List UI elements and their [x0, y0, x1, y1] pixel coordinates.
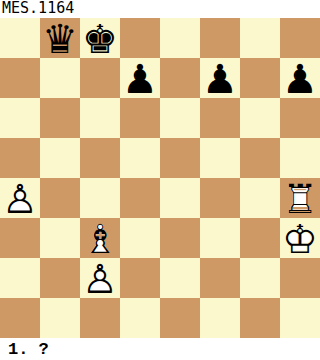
- pawn-glyph: ♟: [120, 58, 160, 98]
- move-prompt: 1. ?: [8, 340, 49, 359]
- piece-white-bishop[interactable]: ♝♗: [80, 218, 120, 258]
- square-c3[interactable]: ♝♗: [80, 218, 120, 258]
- square-h8[interactable]: [280, 18, 320, 58]
- pawn-glyph-outline: ♙: [0, 178, 40, 218]
- piece-black-queen[interactable]: ♛: [40, 18, 80, 58]
- bishop-glyph-outline: ♗: [80, 218, 120, 258]
- king-glyph: ♚: [80, 18, 120, 58]
- square-b5[interactable]: [40, 138, 80, 178]
- square-f1[interactable]: [200, 298, 240, 338]
- square-e4[interactable]: [160, 178, 200, 218]
- square-b4[interactable]: [40, 178, 80, 218]
- square-f2[interactable]: [200, 258, 240, 298]
- square-f4[interactable]: [200, 178, 240, 218]
- square-b3[interactable]: [40, 218, 80, 258]
- square-a6[interactable]: [0, 98, 40, 138]
- pawn-glyph-outline: ♙: [80, 258, 120, 298]
- queen-glyph: ♛: [40, 18, 80, 58]
- square-h3[interactable]: ♚♔: [280, 218, 320, 258]
- square-b6[interactable]: [40, 98, 80, 138]
- square-a4[interactable]: ♟♙: [0, 178, 40, 218]
- square-e8[interactable]: [160, 18, 200, 58]
- square-c7[interactable]: [80, 58, 120, 98]
- square-e5[interactable]: [160, 138, 200, 178]
- square-d7[interactable]: ♟: [120, 58, 160, 98]
- piece-white-rook[interactable]: ♜♖: [280, 178, 320, 218]
- square-c1[interactable]: [80, 298, 120, 338]
- square-d3[interactable]: [120, 218, 160, 258]
- square-d6[interactable]: [120, 98, 160, 138]
- piece-black-pawn[interactable]: ♟: [280, 58, 320, 98]
- square-e7[interactable]: [160, 58, 200, 98]
- square-b1[interactable]: [40, 298, 80, 338]
- square-g7[interactable]: [240, 58, 280, 98]
- pawn-glyph: ♟: [200, 58, 240, 98]
- piece-white-pawn[interactable]: ♟♙: [80, 258, 120, 298]
- square-h1[interactable]: [280, 298, 320, 338]
- square-g3[interactable]: [240, 218, 280, 258]
- square-h6[interactable]: [280, 98, 320, 138]
- piece-black-pawn[interactable]: ♟: [120, 58, 160, 98]
- square-c2[interactable]: ♟♙: [80, 258, 120, 298]
- square-c5[interactable]: [80, 138, 120, 178]
- square-f6[interactable]: [200, 98, 240, 138]
- square-e3[interactable]: [160, 218, 200, 258]
- square-a7[interactable]: [0, 58, 40, 98]
- square-f3[interactable]: [200, 218, 240, 258]
- piece-black-king[interactable]: ♚: [80, 18, 120, 58]
- square-g6[interactable]: [240, 98, 280, 138]
- square-g5[interactable]: [240, 138, 280, 178]
- pawn-glyph: ♟: [280, 58, 320, 98]
- square-a3[interactable]: [0, 218, 40, 258]
- square-h4[interactable]: ♜♖: [280, 178, 320, 218]
- rook-glyph-outline: ♖: [280, 178, 320, 218]
- square-d2[interactable]: [120, 258, 160, 298]
- square-c8[interactable]: ♚: [80, 18, 120, 58]
- square-h5[interactable]: [280, 138, 320, 178]
- square-g1[interactable]: [240, 298, 280, 338]
- square-e1[interactable]: [160, 298, 200, 338]
- square-d4[interactable]: [120, 178, 160, 218]
- square-d1[interactable]: [120, 298, 160, 338]
- square-b7[interactable]: [40, 58, 80, 98]
- square-g8[interactable]: [240, 18, 280, 58]
- square-e6[interactable]: [160, 98, 200, 138]
- chess-board: ♛♚♟♟♟♟♙♜♖♝♗♚♔♟♙: [0, 18, 320, 338]
- piece-white-king[interactable]: ♚♔: [280, 218, 320, 258]
- square-a5[interactable]: [0, 138, 40, 178]
- square-b2[interactable]: [40, 258, 80, 298]
- square-b8[interactable]: ♛: [40, 18, 80, 58]
- square-f7[interactable]: ♟: [200, 58, 240, 98]
- square-f8[interactable]: [200, 18, 240, 58]
- square-h2[interactable]: [280, 258, 320, 298]
- square-a1[interactable]: [0, 298, 40, 338]
- square-a2[interactable]: [0, 258, 40, 298]
- square-c6[interactable]: [80, 98, 120, 138]
- piece-black-pawn[interactable]: ♟: [200, 58, 240, 98]
- square-g2[interactable]: [240, 258, 280, 298]
- square-f5[interactable]: [200, 138, 240, 178]
- square-d8[interactable]: [120, 18, 160, 58]
- square-e2[interactable]: [160, 258, 200, 298]
- king-glyph-outline: ♔: [280, 218, 320, 258]
- square-d5[interactable]: [120, 138, 160, 178]
- piece-white-pawn[interactable]: ♟♙: [0, 178, 40, 218]
- square-h7[interactable]: ♟: [280, 58, 320, 98]
- square-a8[interactable]: [0, 18, 40, 58]
- square-g4[interactable]: [240, 178, 280, 218]
- square-c4[interactable]: [80, 178, 120, 218]
